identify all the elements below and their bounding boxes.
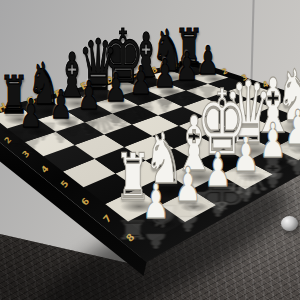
piece-black-pawn-c2: ♟ — [154, 54, 176, 93]
piece-black-pawn-b2: ♟ — [176, 47, 198, 86]
metal-knob — [281, 216, 298, 231]
piece-black-pawn-d2: ♟ — [130, 61, 152, 100]
piece-white-pawn-e8: ♟ — [233, 131, 260, 179]
piece-black-pawn-e2: ♟ — [105, 68, 127, 107]
chess-set-photo: HGFEDCBA8877665544332211♟♟♟♟♟♟♟♟♟♟♟♟♟♟♟♟… — [0, 0, 300, 300]
chess-board: HGFEDCBA8877665544332211♟♟♟♟♟♟♟♟♟♟♟♟♟♟♟♟… — [0, 0, 300, 300]
piece-black-pawn-h2: ♟ — [20, 94, 42, 133]
piece-white-pawn-h8: ♟ — [143, 178, 170, 226]
piece-black-pawn-g2: ♟ — [50, 85, 72, 124]
piece-white-pawn-f8: ♟ — [205, 146, 232, 194]
piece-black-pawn-f2: ♟ — [78, 76, 100, 115]
piece-white-pawn-d8: ♟ — [259, 117, 286, 165]
piece-white-pawn-g8: ♟ — [175, 161, 202, 209]
